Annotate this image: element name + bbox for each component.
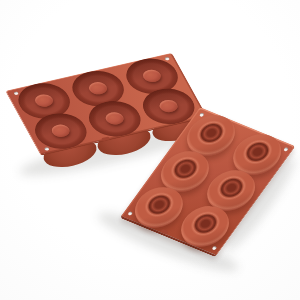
mold-edge-tab — [160, 229, 168, 235]
donut-center-post — [103, 111, 126, 126]
corner-hang-hole — [43, 147, 49, 151]
donut-center-post — [140, 68, 163, 83]
corner-hang-hole — [211, 245, 217, 250]
corner-hang-hole — [164, 57, 170, 61]
donut-center-post — [49, 123, 72, 138]
corner-hang-hole — [283, 147, 289, 152]
product-photo — [0, 0, 300, 300]
donut-center-post — [33, 93, 56, 108]
donut-center-post — [87, 81, 110, 96]
corner-hang-hole — [13, 91, 19, 95]
corner-hang-hole — [199, 112, 205, 117]
corner-hang-hole — [127, 211, 133, 216]
donut-center-post — [157, 98, 180, 113]
